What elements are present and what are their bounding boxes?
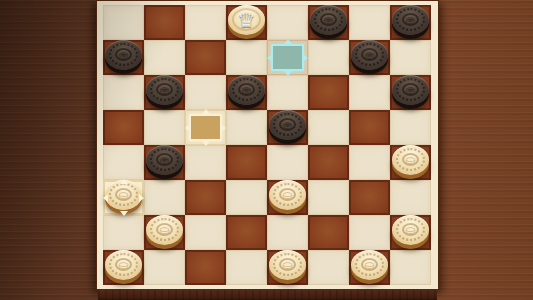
draughts-man-icon: ⛀ — [269, 180, 306, 210]
black-man-piece[interactable]: ⛂ — [310, 5, 347, 35]
board-square[interactable]: ⛂ — [349, 40, 390, 75]
board-square[interactable] — [308, 250, 349, 285]
board-square[interactable]: ⛀ — [267, 250, 308, 285]
board-square[interactable] — [185, 75, 226, 110]
board-square[interactable] — [103, 145, 144, 180]
draughts-man-icon: ⛂ — [146, 145, 183, 175]
board-square[interactable] — [226, 145, 267, 180]
draughts-man-icon: ⛀ — [146, 215, 183, 245]
board-square[interactable]: ⛂ — [226, 75, 267, 110]
black-man-piece[interactable]: ⛂ — [146, 75, 183, 105]
move-target-gold-highlight[interactable] — [189, 114, 222, 141]
board-square[interactable] — [185, 5, 226, 40]
board-square[interactable] — [226, 180, 267, 215]
board-square[interactable]: ⛂ — [390, 5, 431, 40]
highlight-arrow-icon — [303, 54, 308, 62]
draughts-man-icon: ⛂ — [269, 110, 306, 140]
board-square[interactable] — [185, 215, 226, 250]
draughts-man-icon: ⛀ — [392, 215, 429, 245]
board-square[interactable] — [144, 250, 185, 285]
board-square[interactable] — [226, 110, 267, 145]
crown-icon: ♛ — [228, 5, 265, 35]
board-square[interactable] — [267, 215, 308, 250]
board-square[interactable]: ♛ — [226, 5, 267, 40]
white-man-piece[interactable]: ⛀ — [392, 215, 429, 245]
board-square[interactable]: ⛂ — [144, 75, 185, 110]
board-square[interactable]: ⛀ — [144, 215, 185, 250]
board-square[interactable] — [185, 40, 226, 75]
board-square[interactable] — [308, 145, 349, 180]
board-square[interactable]: ⛂ — [103, 40, 144, 75]
board-square[interactable] — [308, 110, 349, 145]
highlight-arrow-icon — [202, 109, 210, 114]
highlight-arrow-icon — [139, 194, 144, 202]
white-man-piece[interactable]: ⛀ — [146, 215, 183, 245]
highlight-arrow-icon — [202, 141, 210, 146]
draughts-man-icon: ⛀ — [392, 145, 429, 175]
draughts-man-icon: ⛂ — [392, 5, 429, 35]
board-bottom-edge — [98, 290, 437, 300]
highlight-arrow-icon — [284, 39, 292, 44]
board-square[interactable]: ⛀ — [390, 145, 431, 180]
white-king-piece[interactable]: ♛ — [228, 5, 265, 35]
board-square[interactable] — [185, 250, 226, 285]
board-square[interactable] — [144, 40, 185, 75]
highlight-arrow-icon — [103, 194, 108, 202]
board-square[interactable] — [308, 180, 349, 215]
draughts-man-icon: ⛂ — [146, 75, 183, 105]
highlight-arrow-icon — [120, 211, 128, 216]
board-square[interactable] — [349, 5, 390, 40]
board-square[interactable] — [267, 40, 308, 75]
draughts-man-icon: ⛀ — [351, 250, 388, 280]
board-square[interactable] — [103, 75, 144, 110]
draughts-man-icon: ⛀ — [105, 180, 142, 210]
white-man-piece[interactable]: ⛀ — [105, 180, 142, 210]
draughts-man-icon: ⛂ — [228, 75, 265, 105]
white-man-piece[interactable]: ⛀ — [351, 250, 388, 280]
board-square[interactable] — [308, 75, 349, 110]
black-man-piece[interactable]: ⛂ — [392, 75, 429, 105]
board-square[interactable] — [349, 180, 390, 215]
black-man-piece[interactable]: ⛂ — [105, 40, 142, 70]
highlight-arrow-icon — [267, 54, 272, 62]
board-square[interactable]: ⛀ — [390, 215, 431, 250]
board-square[interactable] — [267, 145, 308, 180]
board-square[interactable] — [185, 110, 226, 145]
board-square[interactable]: ⛂ — [144, 145, 185, 180]
move-target-cyan-highlight[interactable] — [271, 44, 304, 71]
white-man-piece[interactable]: ⛀ — [269, 180, 306, 210]
black-man-piece[interactable]: ⛂ — [351, 40, 388, 70]
highlight-arrow-icon — [284, 71, 292, 76]
board-square[interactable] — [349, 215, 390, 250]
board-square[interactable] — [144, 110, 185, 145]
board-square[interactable]: ⛂ — [267, 110, 308, 145]
highlight-arrow-icon — [120, 179, 128, 184]
board-grid: ♛⛂⛂⛂⛂⛂⛂⛂⛂⛂⛀⛀⛀⛀⛀⛀⛀⛀ — [103, 5, 431, 285]
board-square[interactable] — [390, 110, 431, 145]
board-square[interactable] — [226, 215, 267, 250]
board-square[interactable] — [103, 5, 144, 40]
white-man-piece[interactable]: ⛀ — [105, 250, 142, 280]
board-square[interactable] — [144, 180, 185, 215]
draughts-man-icon: ⛀ — [269, 250, 306, 280]
black-man-piece[interactable]: ⛂ — [146, 145, 183, 175]
draughts-man-icon: ⛂ — [351, 40, 388, 70]
board-square[interactable]: ⛀ — [349, 250, 390, 285]
board-square[interactable]: ⛂ — [308, 5, 349, 40]
board-square[interactable] — [390, 180, 431, 215]
highlight-arrow-icon — [185, 124, 190, 132]
board-square[interactable] — [144, 5, 185, 40]
black-man-piece[interactable]: ⛂ — [392, 5, 429, 35]
white-man-piece[interactable]: ⛀ — [392, 145, 429, 175]
board-square[interactable] — [390, 250, 431, 285]
board-square[interactable]: ⛀ — [103, 180, 144, 215]
board-square[interactable] — [308, 215, 349, 250]
highlight-arrow-icon — [221, 124, 226, 132]
board-square[interactable]: ⛂ — [390, 75, 431, 110]
board-square[interactable] — [185, 180, 226, 215]
board-square[interactable] — [308, 40, 349, 75]
draughts-man-icon: ⛂ — [310, 5, 347, 35]
board-square[interactable] — [349, 110, 390, 145]
board-square[interactable] — [103, 215, 144, 250]
board-square[interactable] — [226, 40, 267, 75]
board-square[interactable] — [390, 40, 431, 75]
board-square[interactable]: ⛀ — [103, 250, 144, 285]
board-square[interactable] — [267, 5, 308, 40]
board-square[interactable] — [103, 110, 144, 145]
draughts-man-icon: ⛀ — [105, 250, 142, 280]
board-square[interactable] — [226, 250, 267, 285]
board-square[interactable] — [267, 75, 308, 110]
white-man-piece[interactable]: ⛀ — [269, 250, 306, 280]
board-square[interactable] — [349, 145, 390, 180]
black-man-piece[interactable]: ⛂ — [269, 110, 306, 140]
board-square[interactable] — [185, 145, 226, 180]
board-square[interactable] — [349, 75, 390, 110]
draughts-man-icon: ⛂ — [392, 75, 429, 105]
draughts-man-icon: ⛂ — [105, 40, 142, 70]
board-square[interactable]: ⛀ — [267, 180, 308, 215]
black-man-piece[interactable]: ⛂ — [228, 75, 265, 105]
